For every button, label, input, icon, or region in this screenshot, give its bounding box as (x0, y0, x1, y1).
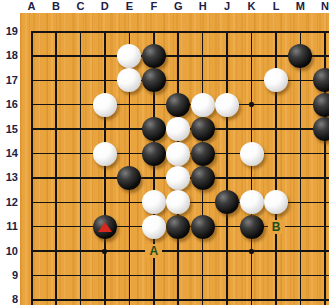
black-stone-H15[interactable] (191, 117, 215, 141)
grid-line-col-D (104, 31, 106, 305)
white-stone-G13[interactable] (166, 166, 190, 190)
white-stone-E18[interactable] (117, 44, 141, 68)
grid-line-col-B (55, 31, 57, 305)
coord-row-18: 18 (1, 49, 18, 62)
white-stone-G14[interactable] (166, 142, 190, 166)
coord-row-11: 11 (1, 220, 18, 233)
grid-line-row-8 (31, 299, 329, 301)
coord-col-N: N (316, 0, 329, 13)
coord-col-J: J (218, 0, 236, 13)
grid-line-row-19 (31, 31, 329, 33)
triangle-marker-D11 (98, 222, 112, 232)
goban[interactable]: AB (20, 13, 329, 305)
black-stone-N17[interactable] (313, 68, 329, 92)
coord-col-H: H (194, 0, 212, 13)
coord-row-17: 17 (1, 74, 18, 87)
black-stone-G11[interactable] (166, 215, 190, 239)
coord-row-12: 12 (1, 196, 18, 209)
white-stone-D16[interactable] (93, 93, 117, 117)
white-stone-F11[interactable] (142, 215, 166, 239)
grid-line-col-A (31, 31, 33, 305)
grid-line-row-10 (31, 250, 329, 252)
coord-col-D: D (96, 0, 114, 13)
black-stone-J12[interactable] (215, 190, 239, 214)
grid-line-col-K (251, 31, 253, 305)
black-stone-E13[interactable] (117, 166, 141, 190)
grid-line-col-M (300, 31, 302, 305)
white-stone-K14[interactable] (240, 142, 264, 166)
coord-col-A: A (23, 0, 41, 13)
coord-col-L: L (267, 0, 285, 13)
white-stone-G12[interactable] (166, 190, 190, 214)
coord-row-8: 8 (1, 293, 18, 305)
black-stone-H11[interactable] (191, 215, 215, 239)
coord-row-9: 9 (1, 269, 18, 282)
star-point-K16 (249, 102, 254, 107)
star-point-D10 (102, 249, 107, 254)
black-stone-G16[interactable] (166, 93, 190, 117)
coord-row-13: 13 (1, 171, 18, 184)
white-stone-H16[interactable] (191, 93, 215, 117)
coord-row-15: 15 (1, 123, 18, 136)
coord-col-G: G (169, 0, 187, 13)
coord-col-F: F (145, 0, 163, 13)
black-stone-H13[interactable] (191, 166, 215, 190)
black-stone-M18[interactable] (288, 44, 312, 68)
white-stone-F12[interactable] (142, 190, 166, 214)
black-stone-K11[interactable] (240, 215, 264, 239)
grid-line-row-18 (31, 55, 329, 57)
white-stone-J16[interactable] (215, 93, 239, 117)
grid-line-col-J (226, 31, 228, 305)
white-stone-L12[interactable] (264, 190, 288, 214)
coord-col-M: M (291, 0, 309, 13)
coord-row-19: 19 (1, 25, 18, 38)
black-stone-N16[interactable] (313, 93, 329, 117)
coord-col-C: C (71, 0, 89, 13)
white-stone-D14[interactable] (93, 142, 117, 166)
coord-col-B: B (47, 0, 65, 13)
black-stone-F15[interactable] (142, 117, 166, 141)
coord-row-10: 10 (1, 245, 18, 258)
coord-row-16: 16 (1, 98, 18, 111)
white-stone-K12[interactable] (240, 190, 264, 214)
coord-row-14: 14 (1, 147, 18, 160)
grid-line-col-C (80, 31, 82, 305)
black-stone-F14[interactable] (142, 142, 166, 166)
grid-line-row-9 (31, 275, 329, 277)
white-stone-L17[interactable] (264, 68, 288, 92)
star-point-K10 (249, 249, 254, 254)
white-stone-G15[interactable] (166, 117, 190, 141)
white-stone-E17[interactable] (117, 68, 141, 92)
go-diagram: ABCDEFGHJKLMN 1918171615141312111098 AB (0, 0, 329, 305)
point-label-A: A (145, 244, 162, 258)
coord-col-K: K (243, 0, 261, 13)
black-stone-N15[interactable] (313, 117, 329, 141)
black-stone-H14[interactable] (191, 142, 215, 166)
point-label-B: B (268, 220, 285, 234)
black-stone-F17[interactable] (142, 68, 166, 92)
black-stone-F18[interactable] (142, 44, 166, 68)
coord-col-E: E (120, 0, 138, 13)
